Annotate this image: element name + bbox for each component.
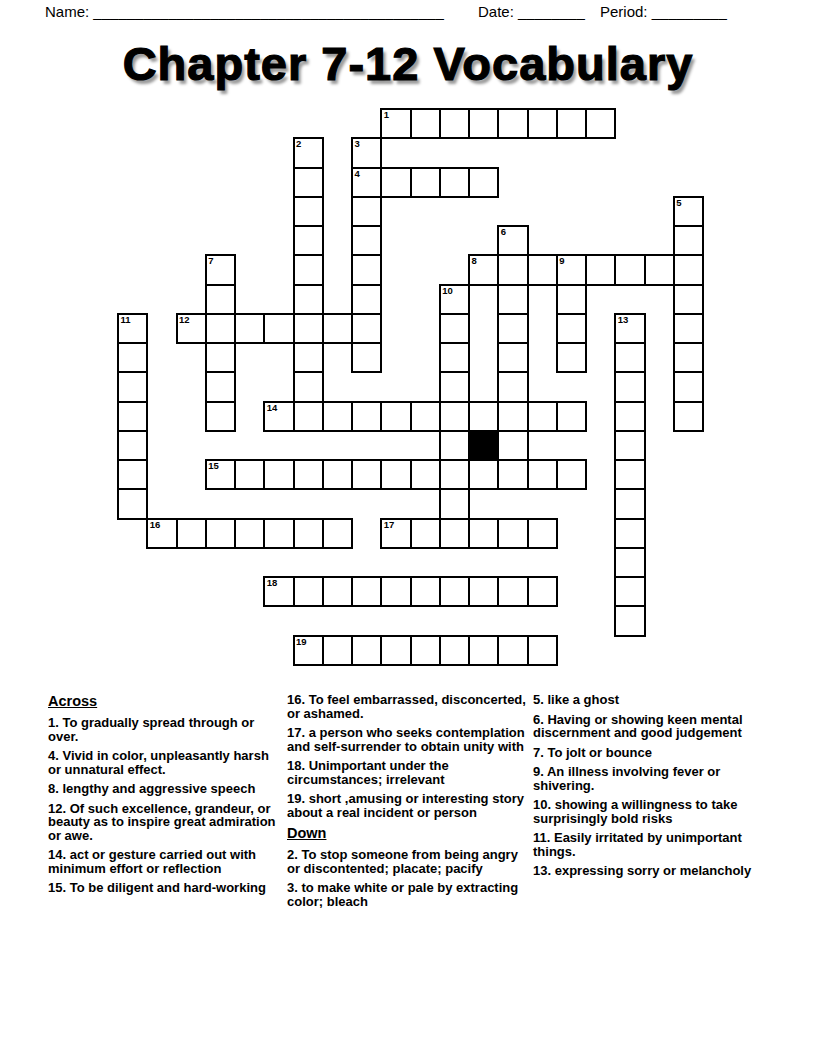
date-field: Date: ________ [478, 3, 585, 20]
grid-cell[interactable]: 10 [439, 284, 470, 315]
grid-cell[interactable] [380, 167, 411, 198]
clue-17: 17. a person who seeks contemplation and… [287, 726, 530, 753]
grid-cell[interactable]: 8 [468, 254, 499, 285]
grid-cell[interactable] [322, 635, 353, 666]
grid-cell[interactable] [293, 518, 324, 549]
clue-column-3: 5. like a ghost6. Having or showing keen… [533, 693, 773, 884]
grid-cell[interactable] [673, 371, 704, 402]
grid-cell[interactable] [614, 371, 645, 402]
grid-cell[interactable] [497, 518, 528, 549]
grid-cell[interactable] [497, 401, 528, 432]
grid-cell[interactable] [527, 254, 558, 285]
grid-cell[interactable] [614, 459, 645, 490]
crossword-grid: 12345678910111213141516171819 [117, 108, 704, 666]
grid-cell[interactable] [117, 342, 148, 373]
clue-number: 16 [150, 520, 161, 530]
grid-cell[interactable] [117, 401, 148, 432]
grid-cell[interactable] [585, 254, 616, 285]
grid-cell[interactable] [293, 342, 324, 373]
grid-cell[interactable] [497, 342, 528, 373]
grid-cell[interactable] [351, 459, 382, 490]
grid-cell[interactable] [497, 635, 528, 666]
grid-cell[interactable] [673, 225, 704, 256]
grid-cell[interactable] [644, 254, 675, 285]
grid-cell[interactable]: 18 [263, 576, 294, 607]
grid-cell[interactable]: 9 [556, 254, 587, 285]
grid-cell[interactable] [439, 371, 470, 402]
grid-cell[interactable] [410, 108, 441, 139]
grid-cell[interactable] [117, 459, 148, 490]
grid-cell[interactable]: 7 [205, 254, 236, 285]
grid-cell[interactable]: 15 [205, 459, 236, 490]
clue-number: 15 [208, 461, 219, 471]
grid-cell[interactable] [117, 488, 148, 519]
grid-cell[interactable] [351, 576, 382, 607]
grid-cell[interactable] [293, 459, 324, 490]
grid-cell[interactable] [468, 401, 499, 432]
grid-cell[interactable] [380, 459, 411, 490]
grid-cell[interactable]: 13 [614, 313, 645, 344]
clue-5: 5. like a ghost [533, 693, 773, 707]
grid-cell[interactable] [410, 459, 441, 490]
grid-cell[interactable] [351, 401, 382, 432]
grid-cell[interactable] [468, 635, 499, 666]
grid-cell[interactable] [293, 225, 324, 256]
grid-cell[interactable] [380, 576, 411, 607]
grid-cell[interactable] [205, 284, 236, 315]
grid-cell[interactable] [205, 342, 236, 373]
clue-10: 10. showing a willingness to take surpri… [533, 798, 773, 825]
grid-cell[interactable]: 16 [146, 518, 177, 549]
clue-12: 12. Of such excellence, grandeur, or bea… [48, 802, 285, 843]
clue-19: 19. short ,amusing or interesting story … [287, 792, 530, 819]
grid-cell[interactable] [614, 254, 645, 285]
grid-cell[interactable] [205, 313, 236, 344]
grid-cell[interactable] [673, 342, 704, 373]
name-line[interactable]: ________________________________________… [93, 3, 443, 20]
clue-number: 8 [472, 256, 477, 266]
grid-cell[interactable] [293, 254, 324, 285]
grid-cell[interactable] [263, 518, 294, 549]
grid-cell[interactable] [205, 518, 236, 549]
clue-number: 9 [559, 256, 564, 266]
grid-cell[interactable] [439, 313, 470, 344]
across-clues-part2: 16. To feel embarrassed, disconcerted, o… [287, 693, 530, 819]
grid-cell[interactable]: 19 [293, 635, 324, 666]
grid-cell[interactable]: 2 [293, 137, 324, 168]
grid-cell[interactable] [293, 167, 324, 198]
clue-7: 7. To jolt or bounce [533, 746, 773, 760]
grid-cell[interactable] [527, 576, 558, 607]
grid-cell[interactable] [293, 401, 324, 432]
grid-cell[interactable] [234, 518, 265, 549]
clue-number: 4 [355, 169, 360, 179]
grid-cell[interactable] [117, 371, 148, 402]
grid-cell[interactable] [527, 635, 558, 666]
grid-cell[interactable] [468, 518, 499, 549]
grid-cell[interactable]: 11 [117, 313, 148, 344]
grid-cell[interactable] [614, 547, 645, 578]
clue-number: 5 [676, 198, 681, 208]
grid-cell[interactable] [205, 371, 236, 402]
grid-cell[interactable] [351, 196, 382, 227]
grid-cell[interactable] [497, 254, 528, 285]
grid-cell[interactable] [556, 313, 587, 344]
grid-cell[interactable] [497, 284, 528, 315]
grid-cell[interactable] [673, 284, 704, 315]
grid-cell[interactable] [556, 401, 587, 432]
clue-number: 18 [267, 578, 278, 588]
grid-cell[interactable] [234, 459, 265, 490]
grid-cell[interactable] [439, 108, 470, 139]
down-clues-part1: 2. To stop someone from being angry or d… [287, 848, 530, 908]
period-label: Period: [600, 3, 648, 20]
grid-cell[interactable] [614, 518, 645, 549]
grid-cell[interactable] [439, 635, 470, 666]
clue-number: 13 [618, 315, 629, 325]
grid-cell[interactable] [351, 635, 382, 666]
grid-cell[interactable] [380, 401, 411, 432]
clue-number: 12 [179, 315, 190, 325]
grid-cell[interactable] [497, 430, 528, 461]
clue-1: 1. To gradually spread through or over. [48, 716, 285, 743]
grid-cell[interactable]: 1 [380, 108, 411, 139]
grid-cell[interactable] [527, 108, 558, 139]
grid-cell[interactable] [497, 459, 528, 490]
down-header: Down [287, 825, 530, 841]
grid-cell[interactable] [117, 430, 148, 461]
grid-cell[interactable] [234, 313, 265, 344]
clue-column-1: Across 1. To gradually spread through or… [48, 693, 285, 901]
clue-number: 19 [296, 637, 307, 647]
grid-cell[interactable] [614, 488, 645, 519]
grid-cell[interactable] [673, 313, 704, 344]
grid-cell[interactable] [439, 401, 470, 432]
clue-13: 13. expressing sorry or melancholy [533, 864, 773, 878]
grid-cell[interactable] [410, 518, 441, 549]
grid-cell[interactable]: 5 [673, 196, 704, 227]
grid-cell[interactable] [614, 401, 645, 432]
period-line[interactable]: _________ [652, 3, 727, 20]
worksheet-page: Name: __________________________________… [0, 0, 816, 1056]
clue-14: 14. act or gesture carried out with mini… [48, 848, 285, 875]
grid-cell[interactable]: 12 [176, 313, 207, 344]
grid-cell[interactable] [556, 342, 587, 373]
grid-cell[interactable]: 6 [497, 225, 528, 256]
grid-cell[interactable] [468, 459, 499, 490]
grid-cell[interactable]: 17 [380, 518, 411, 549]
clue-18: 18. Unimportant under the circumstances;… [287, 759, 530, 786]
clue-11: 11. Easily irritated by unimportant thin… [533, 831, 773, 858]
grid-cell[interactable] [410, 167, 441, 198]
grid-cell[interactable] [556, 284, 587, 315]
grid-cell[interactable] [322, 459, 353, 490]
grid-cell[interactable] [439, 430, 470, 461]
grid-cell[interactable] [614, 605, 645, 636]
grid-cell[interactable] [497, 371, 528, 402]
grid-cell[interactable] [293, 196, 324, 227]
clue-number: 14 [267, 403, 278, 413]
grid-cell[interactable] [497, 108, 528, 139]
grid-cell[interactable] [439, 459, 470, 490]
clue-3: 3. to make white or pale by extracting c… [287, 881, 530, 908]
clue-9: 9. An illness involving fever or shiveri… [533, 765, 773, 792]
grid-cell[interactable] [468, 108, 499, 139]
grid-cell[interactable] [293, 576, 324, 607]
page-title: Chapter 7-12 Vocabulary [0, 36, 816, 91]
grid-cell[interactable] [351, 342, 382, 373]
grid-cell[interactable] [614, 430, 645, 461]
grid-cell[interactable] [322, 313, 353, 344]
grid-cell[interactable] [614, 342, 645, 373]
grid-cell[interactable] [322, 518, 353, 549]
grid-cell[interactable] [468, 576, 499, 607]
grid-cell[interactable] [497, 313, 528, 344]
grid-cell[interactable] [439, 518, 470, 549]
clue-number: 11 [121, 315, 131, 325]
name-field: Name: __________________________________… [45, 3, 444, 20]
date-line[interactable]: ________ [518, 3, 585, 20]
clue-4: 4. Vivid in color, unpleasantly harsh or… [48, 749, 285, 776]
clue-column-2: 16. To feel embarrassed, disconcerted, o… [287, 693, 530, 914]
grid-cell[interactable] [293, 371, 324, 402]
clue-number: 17 [384, 520, 395, 530]
grid-cell[interactable] [322, 576, 353, 607]
grid-cell[interactable] [439, 576, 470, 607]
black-cell [468, 430, 499, 461]
grid-cell[interactable]: 4 [351, 167, 382, 198]
grid-cell[interactable] [527, 459, 558, 490]
grid-cell[interactable] [176, 518, 207, 549]
grid-cell[interactable] [556, 459, 587, 490]
clue-6: 6. Having or showing keen mental discern… [533, 713, 773, 740]
grid-cell[interactable] [322, 401, 353, 432]
grid-cell[interactable] [293, 284, 324, 315]
grid-cell[interactable] [556, 108, 587, 139]
clue-16: 16. To feel embarrassed, disconcerted, o… [287, 693, 530, 720]
grid-cell[interactable] [410, 576, 441, 607]
grid-cell[interactable] [410, 635, 441, 666]
grid-cell[interactable] [439, 488, 470, 519]
grid-cell[interactable] [205, 401, 236, 432]
date-label: Date: [478, 3, 514, 20]
clue-8: 8. lengthy and aggressive speech [48, 782, 285, 796]
clue-number: 3 [355, 139, 360, 149]
grid-cell[interactable] [673, 401, 704, 432]
grid-cell[interactable] [351, 225, 382, 256]
clue-number: 7 [208, 256, 213, 266]
across-clues-part1: 1. To gradually spread through or over.4… [48, 716, 285, 895]
grid-cell[interactable] [351, 254, 382, 285]
grid-cell[interactable] [263, 459, 294, 490]
grid-cell[interactable] [439, 167, 470, 198]
clue-number: 1 [384, 110, 389, 120]
down-clues-part2: 5. like a ghost6. Having or showing keen… [533, 693, 773, 878]
clue-15: 15. To be diligent and hard-working [48, 881, 285, 895]
grid-cell[interactable] [439, 342, 470, 373]
across-header: Across [48, 693, 285, 709]
clue-number: 6 [501, 227, 506, 237]
grid-cell[interactable] [497, 576, 528, 607]
period-field: Period: _________ [600, 3, 727, 20]
clue-2: 2. To stop someone from being angry or d… [287, 848, 530, 875]
grid-cell[interactable] [263, 313, 294, 344]
grid-cell[interactable] [468, 167, 499, 198]
grid-cell[interactable] [527, 518, 558, 549]
grid-cell[interactable] [527, 401, 558, 432]
name-label: Name: [45, 3, 89, 20]
grid-cell[interactable] [673, 254, 704, 285]
grid-cell[interactable]: 3 [351, 137, 382, 168]
clue-number: 2 [296, 139, 301, 149]
grid-cell[interactable] [351, 284, 382, 315]
grid-cell[interactable] [380, 635, 411, 666]
grid-cell[interactable] [614, 576, 645, 607]
grid-cell[interactable] [351, 313, 382, 344]
grid-cell[interactable] [410, 401, 441, 432]
grid-cell[interactable] [293, 313, 324, 344]
clue-number: 10 [442, 286, 453, 296]
grid-cell[interactable] [585, 108, 616, 139]
grid-cell[interactable]: 14 [263, 401, 294, 432]
